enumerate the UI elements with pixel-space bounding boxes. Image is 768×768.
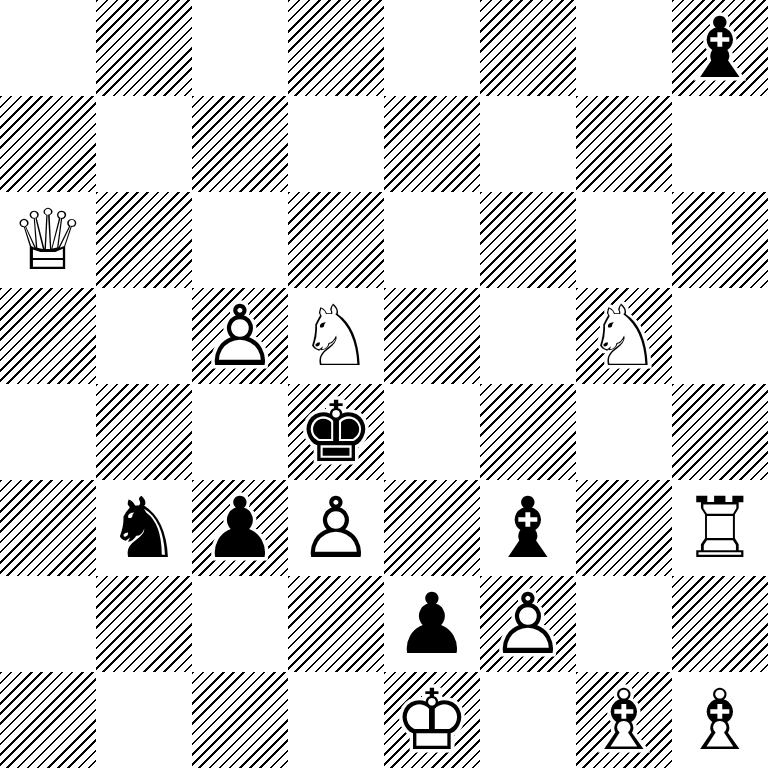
square-g6[interactable] [576, 192, 672, 288]
square-f4[interactable] [480, 384, 576, 480]
square-b2[interactable] [96, 576, 192, 672]
white-queen-a6[interactable]: ♕ [0, 192, 96, 288]
white-pawn-c5[interactable]: ♙ [192, 288, 288, 384]
square-c4[interactable] [192, 384, 288, 480]
square-c3[interactable]: ♟♟ [192, 480, 288, 576]
white-knight-g5[interactable]: ♘ [576, 288, 672, 384]
square-h2[interactable] [672, 576, 768, 672]
square-c1[interactable] [192, 672, 288, 768]
white-knight-d5[interactable]: ♘ [288, 288, 384, 384]
square-g8[interactable] [576, 0, 672, 96]
square-e6[interactable] [384, 192, 480, 288]
square-g7[interactable] [576, 96, 672, 192]
square-d5[interactable]: ♞♘ [288, 288, 384, 384]
square-f8[interactable] [480, 0, 576, 96]
square-h7[interactable] [672, 96, 768, 192]
square-b6[interactable] [96, 192, 192, 288]
square-d6[interactable] [288, 192, 384, 288]
black-pawn-c3[interactable]: ♟ [192, 480, 288, 576]
square-e3[interactable] [384, 480, 480, 576]
square-d4[interactable]: ♚♚ [288, 384, 384, 480]
square-h8[interactable]: ♝♝ [672, 0, 768, 96]
square-e2[interactable]: ♟♟ [384, 576, 480, 672]
square-a5[interactable] [0, 288, 96, 384]
square-b5[interactable] [96, 288, 192, 384]
square-a8[interactable] [0, 0, 96, 96]
square-f2[interactable]: ♟♙ [480, 576, 576, 672]
square-g1[interactable]: ♝♗ [576, 672, 672, 768]
white-king-e1[interactable]: ♔ [384, 672, 480, 768]
square-d7[interactable] [288, 96, 384, 192]
square-f3[interactable]: ♝♝ [480, 480, 576, 576]
square-b8[interactable] [96, 0, 192, 96]
square-d8[interactable] [288, 0, 384, 96]
white-pawn-d3[interactable]: ♙ [288, 480, 384, 576]
square-d2[interactable] [288, 576, 384, 672]
square-e7[interactable] [384, 96, 480, 192]
square-b1[interactable] [96, 672, 192, 768]
chess-board: ♝♝♛♕♟♙♞♘♞♘♚♚♞♞♟♟♟♙♝♝♜♖♟♟♟♙♚♔♝♗♝♗ [0, 0, 768, 768]
square-f6[interactable] [480, 192, 576, 288]
square-g5[interactable]: ♞♘ [576, 288, 672, 384]
black-pawn-e2[interactable]: ♟ [384, 576, 480, 672]
square-h4[interactable] [672, 384, 768, 480]
square-a6[interactable]: ♛♕ [0, 192, 96, 288]
square-g2[interactable] [576, 576, 672, 672]
square-g4[interactable] [576, 384, 672, 480]
square-h5[interactable] [672, 288, 768, 384]
square-h3[interactable]: ♜♖ [672, 480, 768, 576]
square-e4[interactable] [384, 384, 480, 480]
chess-diagram: ♝♝♛♕♟♙♞♘♞♘♚♚♞♞♟♟♟♙♝♝♜♖♟♟♟♙♚♔♝♗♝♗ [0, 0, 768, 768]
white-rook-h3[interactable]: ♖ [672, 480, 768, 576]
black-bishop-f3[interactable]: ♝ [480, 480, 576, 576]
square-f7[interactable] [480, 96, 576, 192]
square-h1[interactable]: ♝♗ [672, 672, 768, 768]
black-knight-b3[interactable]: ♞ [96, 480, 192, 576]
square-e1[interactable]: ♚♔ [384, 672, 480, 768]
square-e8[interactable] [384, 0, 480, 96]
square-a3[interactable] [0, 480, 96, 576]
square-f1[interactable] [480, 672, 576, 768]
square-g3[interactable] [576, 480, 672, 576]
square-f5[interactable] [480, 288, 576, 384]
square-a4[interactable] [0, 384, 96, 480]
black-bishop-h8[interactable]: ♝ [672, 0, 768, 96]
square-b3[interactable]: ♞♞ [96, 480, 192, 576]
square-b7[interactable] [96, 96, 192, 192]
square-a1[interactable] [0, 672, 96, 768]
square-c7[interactable] [192, 96, 288, 192]
square-d1[interactable] [288, 672, 384, 768]
square-d3[interactable]: ♟♙ [288, 480, 384, 576]
square-c6[interactable] [192, 192, 288, 288]
square-a2[interactable] [0, 576, 96, 672]
black-king-d4[interactable]: ♚ [288, 384, 384, 480]
square-c2[interactable] [192, 576, 288, 672]
white-bishop-h1[interactable]: ♗ [672, 672, 768, 768]
white-pawn-f2[interactable]: ♙ [480, 576, 576, 672]
square-h6[interactable] [672, 192, 768, 288]
square-c8[interactable] [192, 0, 288, 96]
white-bishop-g1[interactable]: ♗ [576, 672, 672, 768]
square-a7[interactable] [0, 96, 96, 192]
square-e5[interactable] [384, 288, 480, 384]
square-c5[interactable]: ♟♙ [192, 288, 288, 384]
square-b4[interactable] [96, 384, 192, 480]
